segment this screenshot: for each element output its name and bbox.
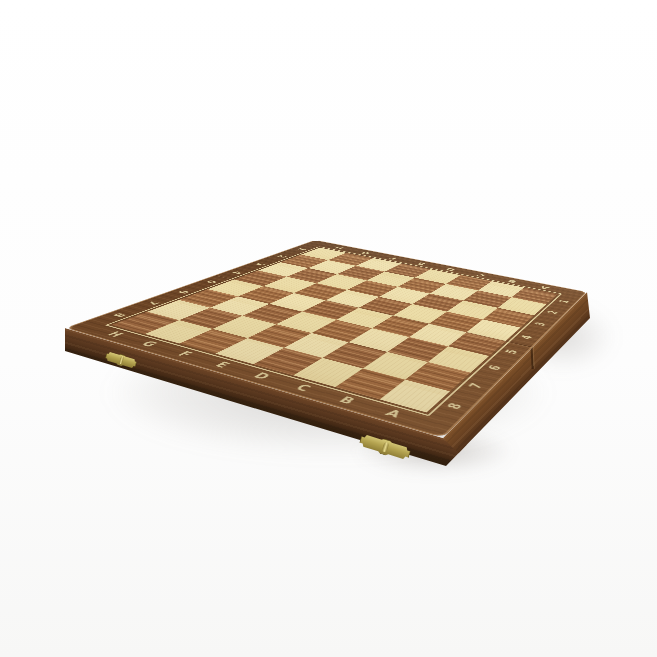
coord-rank-5-near: 5 [504, 349, 521, 355]
coord-file-b-near: B [337, 396, 357, 406]
coord-file-c-near: C [293, 384, 313, 393]
coord-rank-3-near: 3 [533, 322, 548, 327]
coord-file-h-far: H [333, 246, 346, 249]
coord-file-f-far: F [387, 256, 398, 260]
coord-file-b-far: B [506, 279, 518, 283]
coord-rank-2-near: 2 [546, 310, 560, 315]
coord-rank-1-far: 1 [295, 248, 307, 251]
coord-rank-1-near: 1 [558, 299, 571, 304]
coord-file-d-near: D [251, 372, 272, 381]
coord-file-f-near: F [175, 351, 194, 359]
coord-rank-4-far: 4 [229, 271, 243, 275]
coord-file-h-near: H [105, 331, 126, 338]
coord-rank-4-near: 4 [519, 334, 535, 340]
coord-file-a-near: A [383, 409, 404, 420]
coord-file-a-far: A [539, 285, 551, 289]
coord-file-c-far: C [475, 273, 487, 277]
coord-file-d-far: D [444, 267, 456, 271]
coord-rank-2-far: 2 [275, 255, 288, 258]
coord-file-g-near: G [139, 340, 160, 348]
coord-file-e-far: E [416, 262, 427, 266]
coord-file-e-near: E [212, 361, 231, 369]
coord-file-g-far: G [359, 251, 371, 255]
coord-rank-8-near: 8 [445, 402, 465, 411]
coord-rank-6-near: 6 [486, 364, 504, 371]
product-photo-stage: HH11GG22FF33EE44DD55CC66BB77AA88 [0, 0, 657, 657]
coord-rank-7-near: 7 [467, 382, 486, 390]
coord-rank-3-far: 3 [253, 262, 267, 266]
